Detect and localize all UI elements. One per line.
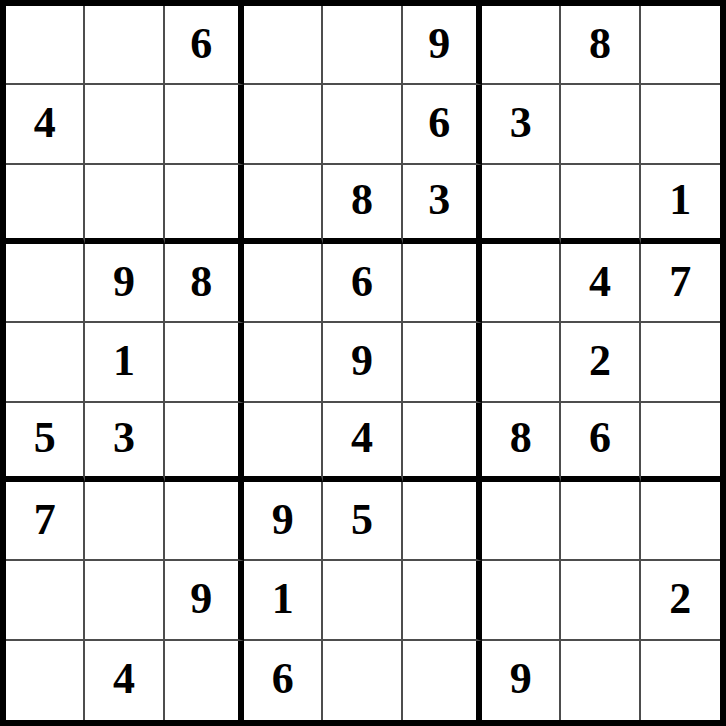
cell-r9c7[interactable]: 9 <box>482 641 561 720</box>
given-digit: 6 <box>351 260 373 304</box>
cell-r2c5[interactable] <box>323 85 402 164</box>
cell-r9c9[interactable] <box>641 641 720 720</box>
cell-r3c8[interactable] <box>561 165 640 244</box>
cell-r8c4[interactable]: 1 <box>244 561 323 640</box>
cell-r8c7[interactable] <box>482 561 561 640</box>
cell-r3c9[interactable]: 1 <box>641 165 720 244</box>
cell-r6c7[interactable]: 8 <box>482 403 561 482</box>
given-digit: 6 <box>589 416 611 460</box>
cell-r8c3[interactable]: 9 <box>165 561 244 640</box>
given-digit: 1 <box>669 178 691 222</box>
cell-r4c8[interactable]: 4 <box>561 244 640 323</box>
cell-r5c1[interactable] <box>6 323 85 402</box>
cell-r1c5[interactable] <box>323 6 402 85</box>
cell-r9c8[interactable] <box>561 641 640 720</box>
given-digit: 9 <box>428 22 450 66</box>
given-digit: 6 <box>428 101 450 145</box>
cell-r5c8[interactable]: 2 <box>561 323 640 402</box>
given-digit: 8 <box>510 416 532 460</box>
cell-r1c8[interactable]: 8 <box>561 6 640 85</box>
cell-r3c4[interactable] <box>244 165 323 244</box>
given-digit: 8 <box>190 260 212 304</box>
cell-r6c6[interactable] <box>403 403 482 482</box>
given-digit: 5 <box>34 416 56 460</box>
cell-r3c2[interactable] <box>85 165 164 244</box>
cell-r4c4[interactable] <box>244 244 323 323</box>
cell-r7c7[interactable] <box>482 482 561 561</box>
cell-r9c6[interactable] <box>403 641 482 720</box>
cell-r2c1[interactable]: 4 <box>6 85 85 164</box>
cell-r6c4[interactable] <box>244 403 323 482</box>
given-digit: 2 <box>589 339 611 383</box>
cell-r6c5[interactable]: 4 <box>323 403 402 482</box>
cell-r4c3[interactable]: 8 <box>165 244 244 323</box>
cell-r5c7[interactable] <box>482 323 561 402</box>
cell-r1c7[interactable] <box>482 6 561 85</box>
given-digit: 9 <box>113 260 135 304</box>
cell-r2c8[interactable] <box>561 85 640 164</box>
cell-r9c3[interactable] <box>165 641 244 720</box>
given-digit: 8 <box>351 178 373 222</box>
given-digit: 9 <box>510 657 532 701</box>
given-digit: 1 <box>113 339 135 383</box>
cell-r5c2[interactable]: 1 <box>85 323 164 402</box>
sudoku-board: 6984638319864719253486795912469 <box>0 0 726 726</box>
cell-r5c3[interactable] <box>165 323 244 402</box>
cell-r2c6[interactable]: 6 <box>403 85 482 164</box>
cell-r3c6[interactable]: 3 <box>403 165 482 244</box>
cell-r2c4[interactable] <box>244 85 323 164</box>
cell-r7c5[interactable]: 5 <box>323 482 402 561</box>
cell-r6c9[interactable] <box>641 403 720 482</box>
given-digit: 9 <box>351 339 373 383</box>
given-digit: 6 <box>190 22 212 66</box>
given-digit: 3 <box>428 178 450 222</box>
cell-r6c8[interactable]: 6 <box>561 403 640 482</box>
cell-r7c6[interactable] <box>403 482 482 561</box>
cell-r5c6[interactable] <box>403 323 482 402</box>
cell-r9c4[interactable]: 6 <box>244 641 323 720</box>
given-digit: 9 <box>272 498 294 542</box>
given-digit: 4 <box>113 657 135 701</box>
cell-r3c7[interactable] <box>482 165 561 244</box>
cell-r2c9[interactable] <box>641 85 720 164</box>
cell-r5c4[interactable] <box>244 323 323 402</box>
cell-r3c1[interactable] <box>6 165 85 244</box>
cell-r1c4[interactable] <box>244 6 323 85</box>
cell-r4c1[interactable] <box>6 244 85 323</box>
given-digit: 5 <box>351 498 373 542</box>
cell-r8c2[interactable] <box>85 561 164 640</box>
cell-r2c2[interactable] <box>85 85 164 164</box>
cell-r4c6[interactable] <box>403 244 482 323</box>
given-digit: 3 <box>510 101 532 145</box>
given-digit: 4 <box>34 101 56 145</box>
cell-r5c5[interactable]: 9 <box>323 323 402 402</box>
cell-r1c2[interactable] <box>85 6 164 85</box>
cell-r1c9[interactable] <box>641 6 720 85</box>
cell-r1c1[interactable] <box>6 6 85 85</box>
cell-r8c1[interactable] <box>6 561 85 640</box>
cell-r7c4[interactable]: 9 <box>244 482 323 561</box>
cell-r8c9[interactable]: 2 <box>641 561 720 640</box>
cell-r4c5[interactable]: 6 <box>323 244 402 323</box>
cell-r4c9[interactable]: 7 <box>641 244 720 323</box>
cell-r4c2[interactable]: 9 <box>85 244 164 323</box>
cell-r7c1[interactable]: 7 <box>6 482 85 561</box>
cell-r9c5[interactable] <box>323 641 402 720</box>
cell-r8c6[interactable] <box>403 561 482 640</box>
cell-r7c8[interactable] <box>561 482 640 561</box>
cell-r6c2[interactable]: 3 <box>85 403 164 482</box>
cell-r8c5[interactable] <box>323 561 402 640</box>
given-digit: 3 <box>113 416 135 460</box>
cell-r2c7[interactable]: 3 <box>482 85 561 164</box>
given-digit: 4 <box>351 416 373 460</box>
cell-r9c2[interactable]: 4 <box>85 641 164 720</box>
cell-r1c3[interactable]: 6 <box>165 6 244 85</box>
cell-r7c2[interactable] <box>85 482 164 561</box>
given-digit: 7 <box>34 498 56 542</box>
cell-r1c6[interactable]: 9 <box>403 6 482 85</box>
given-digit: 4 <box>589 260 611 304</box>
given-digit: 9 <box>190 577 212 621</box>
cell-r3c3[interactable] <box>165 165 244 244</box>
cell-r8c8[interactable] <box>561 561 640 640</box>
cell-r3c5[interactable]: 8 <box>323 165 402 244</box>
cell-r6c1[interactable]: 5 <box>6 403 85 482</box>
given-digit: 6 <box>272 657 294 701</box>
cell-r2c3[interactable] <box>165 85 244 164</box>
cell-r9c1[interactable] <box>6 641 85 720</box>
given-digit: 2 <box>669 577 691 621</box>
cell-r4c7[interactable] <box>482 244 561 323</box>
cell-r7c9[interactable] <box>641 482 720 561</box>
cell-r6c3[interactable] <box>165 403 244 482</box>
given-digit: 7 <box>669 260 691 304</box>
given-digit: 1 <box>272 577 294 621</box>
cell-r7c3[interactable] <box>165 482 244 561</box>
given-digit: 8 <box>589 22 611 66</box>
cell-r5c9[interactable] <box>641 323 720 402</box>
